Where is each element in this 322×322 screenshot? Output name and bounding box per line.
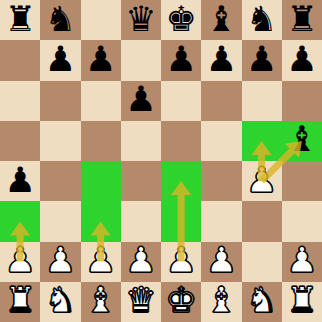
piece-white-pawn[interactable]: ♟ <box>125 243 156 278</box>
piece-black-pawn[interactable]: ♟ <box>206 42 237 77</box>
square-c1[interactable]: ♝ <box>81 282 121 322</box>
square-h2[interactable]: ♟ <box>282 242 322 282</box>
square-a6[interactable] <box>0 81 40 121</box>
piece-white-pawn[interactable]: ♟ <box>206 243 237 278</box>
square-e6[interactable] <box>161 81 201 121</box>
square-e3[interactable] <box>161 201 201 241</box>
square-d1[interactable]: ♛ <box>121 282 161 322</box>
piece-black-pawn[interactable]: ♟ <box>165 42 196 77</box>
square-b1[interactable]: ♞ <box>40 282 80 322</box>
chess-board: ♜♞♛♚♝♞♜♟♟♟♟♟♟♟♝♟♟♟♟♟♟♟♟♟♜♞♝♛♚♝♞♜ <box>0 0 322 322</box>
piece-white-rook[interactable]: ♜ <box>4 283 35 318</box>
square-c2[interactable]: ♟ <box>81 242 121 282</box>
square-h3[interactable] <box>282 201 322 241</box>
piece-black-pawn[interactable]: ♟ <box>85 42 116 77</box>
square-g2[interactable] <box>242 242 282 282</box>
square-d6[interactable]: ♟ <box>121 81 161 121</box>
piece-black-bishop[interactable]: ♝ <box>206 2 237 37</box>
square-b6[interactable] <box>40 81 80 121</box>
piece-black-knight[interactable]: ♞ <box>45 2 76 37</box>
piece-white-pawn[interactable]: ♟ <box>85 243 116 278</box>
square-f8[interactable]: ♝ <box>201 0 241 40</box>
square-h1[interactable]: ♜ <box>282 282 322 322</box>
square-h6[interactable] <box>282 81 322 121</box>
square-e1[interactable]: ♚ <box>161 282 201 322</box>
piece-black-knight[interactable]: ♞ <box>246 2 277 37</box>
square-f2[interactable]: ♟ <box>201 242 241 282</box>
square-a1[interactable]: ♜ <box>0 282 40 322</box>
piece-black-pawn[interactable]: ♟ <box>286 42 317 77</box>
square-g3[interactable] <box>242 201 282 241</box>
square-c5[interactable] <box>81 121 121 161</box>
piece-white-pawn[interactable]: ♟ <box>165 243 196 278</box>
piece-white-pawn[interactable]: ♟ <box>4 243 35 278</box>
square-a4[interactable]: ♟ <box>0 161 40 201</box>
piece-black-rook[interactable]: ♜ <box>4 2 35 37</box>
chess-board-container: ♜♞♛♚♝♞♜♟♟♟♟♟♟♟♝♟♟♟♟♟♟♟♟♟♜♞♝♛♚♝♞♜ <box>0 0 322 322</box>
square-d5[interactable] <box>121 121 161 161</box>
piece-white-knight[interactable]: ♞ <box>246 283 277 318</box>
square-g4[interactable]: ♟ <box>242 161 282 201</box>
piece-black-king[interactable]: ♚ <box>165 2 196 37</box>
square-e5[interactable] <box>161 121 201 161</box>
square-e7[interactable]: ♟ <box>161 40 201 80</box>
square-a3[interactable] <box>0 201 40 241</box>
square-d4[interactable] <box>121 161 161 201</box>
square-f1[interactable]: ♝ <box>201 282 241 322</box>
piece-black-bishop[interactable]: ♝ <box>286 122 317 157</box>
square-b4[interactable] <box>40 161 80 201</box>
piece-black-pawn[interactable]: ♟ <box>45 42 76 77</box>
piece-black-rook[interactable]: ♜ <box>286 2 317 37</box>
square-b5[interactable] <box>40 121 80 161</box>
square-c7[interactable]: ♟ <box>81 40 121 80</box>
square-b3[interactable] <box>40 201 80 241</box>
piece-white-pawn[interactable]: ♟ <box>246 163 277 198</box>
square-c4[interactable] <box>81 161 121 201</box>
square-a2[interactable]: ♟ <box>0 242 40 282</box>
square-a8[interactable]: ♜ <box>0 0 40 40</box>
square-f7[interactable]: ♟ <box>201 40 241 80</box>
piece-black-pawn[interactable]: ♟ <box>125 82 156 117</box>
square-b8[interactable]: ♞ <box>40 0 80 40</box>
piece-white-bishop[interactable]: ♝ <box>85 283 116 318</box>
piece-white-pawn[interactable]: ♟ <box>45 243 76 278</box>
square-g6[interactable] <box>242 81 282 121</box>
square-f6[interactable] <box>201 81 241 121</box>
square-h4[interactable] <box>282 161 322 201</box>
piece-white-pawn[interactable]: ♟ <box>286 243 317 278</box>
square-g5[interactable] <box>242 121 282 161</box>
piece-black-pawn[interactable]: ♟ <box>4 163 35 198</box>
square-a7[interactable] <box>0 40 40 80</box>
square-f4[interactable] <box>201 161 241 201</box>
square-g1[interactable]: ♞ <box>242 282 282 322</box>
piece-black-pawn[interactable]: ♟ <box>246 42 277 77</box>
square-e4[interactable] <box>161 161 201 201</box>
square-b2[interactable]: ♟ <box>40 242 80 282</box>
square-d8[interactable]: ♛ <box>121 0 161 40</box>
piece-white-bishop[interactable]: ♝ <box>206 283 237 318</box>
square-a5[interactable] <box>0 121 40 161</box>
square-h7[interactable]: ♟ <box>282 40 322 80</box>
square-c8[interactable] <box>81 0 121 40</box>
piece-white-queen[interactable]: ♛ <box>125 283 156 318</box>
square-b7[interactable]: ♟ <box>40 40 80 80</box>
square-c3[interactable] <box>81 201 121 241</box>
square-g8[interactable]: ♞ <box>242 0 282 40</box>
square-e8[interactable]: ♚ <box>161 0 201 40</box>
square-d7[interactable] <box>121 40 161 80</box>
square-e2[interactable]: ♟ <box>161 242 201 282</box>
piece-white-rook[interactable]: ♜ <box>286 283 317 318</box>
square-d2[interactable]: ♟ <box>121 242 161 282</box>
square-g7[interactable]: ♟ <box>242 40 282 80</box>
square-f5[interactable] <box>201 121 241 161</box>
piece-black-queen[interactable]: ♛ <box>125 2 156 37</box>
piece-white-knight[interactable]: ♞ <box>45 283 76 318</box>
piece-white-king[interactable]: ♚ <box>165 283 196 318</box>
square-f3[interactable] <box>201 201 241 241</box>
square-h5[interactable]: ♝ <box>282 121 322 161</box>
square-c6[interactable] <box>81 81 121 121</box>
square-h8[interactable]: ♜ <box>282 0 322 40</box>
square-d3[interactable] <box>121 201 161 241</box>
